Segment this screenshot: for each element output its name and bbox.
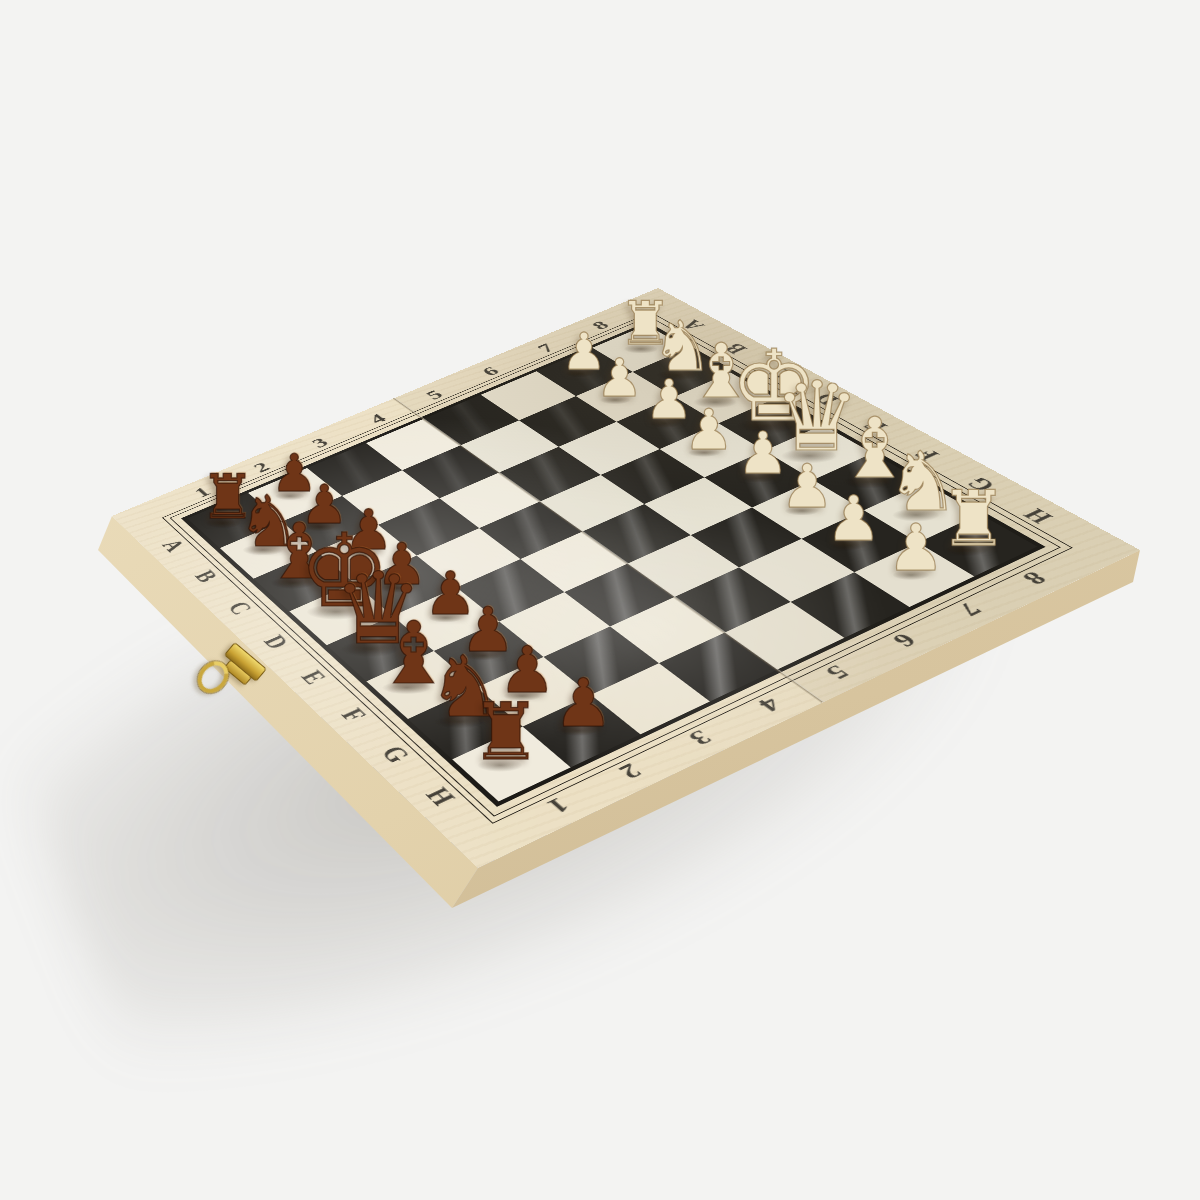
letter-label-d-left-edge: D — [251, 626, 301, 659]
number-label-6-far-edge: 6 — [466, 359, 515, 383]
letter-label-e-left-edge: E — [288, 660, 339, 695]
letter-label-f-left-edge: F — [327, 697, 380, 733]
letter-label-c-left-edge: C — [216, 593, 264, 625]
number-label-5-far-edge: 5 — [410, 383, 459, 408]
dark-rook-h1[interactable]: ♜ — [470, 694, 541, 773]
light-pawn-h7[interactable]: ♟ — [887, 516, 945, 581]
letter-label-g-left-edge: G — [368, 735, 423, 773]
light-rook-h8[interactable]: ♜ — [939, 481, 1007, 557]
letter-label-a-left-edge: A — [151, 531, 196, 560]
number-label-4-far-edge: 4 — [353, 406, 402, 431]
light-pawn-g7[interactable]: ♟ — [826, 488, 882, 550]
light-pawn-d7[interactable]: ♟ — [684, 402, 734, 458]
product-photo-scene: 1122334455667788AABBCCDDEEFFGGHH ♜♟♞♟♝♟♚… — [0, 0, 1200, 1200]
light-pawn-b7[interactable]: ♟ — [596, 352, 643, 404]
letter-label-h-left-edge: H — [412, 776, 470, 816]
letter-label-b-left-edge: B — [183, 561, 229, 591]
letter-label-h-right-edge: H — [1007, 500, 1068, 532]
dark-pawn-h2[interactable]: ♟ — [554, 671, 614, 738]
